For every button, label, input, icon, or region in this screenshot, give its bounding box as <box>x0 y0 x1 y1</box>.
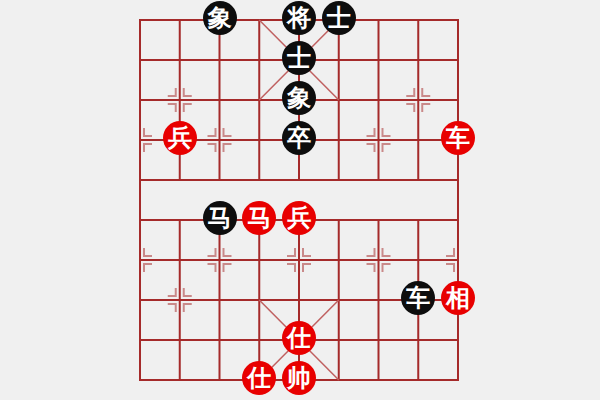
piece-red-advisor[interactable]: 仕 <box>242 361 276 395</box>
pieces-layer: 象将士士象卒马车兵车马兵相仕仕帅 <box>120 0 478 400</box>
piece-black-chariot[interactable]: 车 <box>401 281 435 315</box>
piece-red-soldier[interactable]: 兵 <box>282 201 316 235</box>
piece-black-advisor[interactable]: 士 <box>282 41 316 75</box>
piece-red-elephant[interactable]: 相 <box>441 281 475 315</box>
xiangqi-game-screen: 象将士士象卒马车兵车马兵相仕仕帅 <box>0 0 600 400</box>
piece-black-elephant[interactable]: 象 <box>282 81 316 115</box>
piece-black-elephant[interactable]: 象 <box>203 1 237 35</box>
piece-red-general[interactable]: 帅 <box>282 361 316 395</box>
piece-black-soldier[interactable]: 卒 <box>282 121 316 155</box>
piece-black-advisor[interactable]: 士 <box>322 1 356 35</box>
piece-red-chariot[interactable]: 车 <box>441 121 475 155</box>
piece-black-horse[interactable]: 马 <box>203 201 237 235</box>
piece-red-soldier[interactable]: 兵 <box>163 121 197 155</box>
piece-black-general[interactable]: 将 <box>282 1 316 35</box>
piece-red-advisor[interactable]: 仕 <box>282 321 316 355</box>
piece-red-horse[interactable]: 马 <box>242 201 276 235</box>
